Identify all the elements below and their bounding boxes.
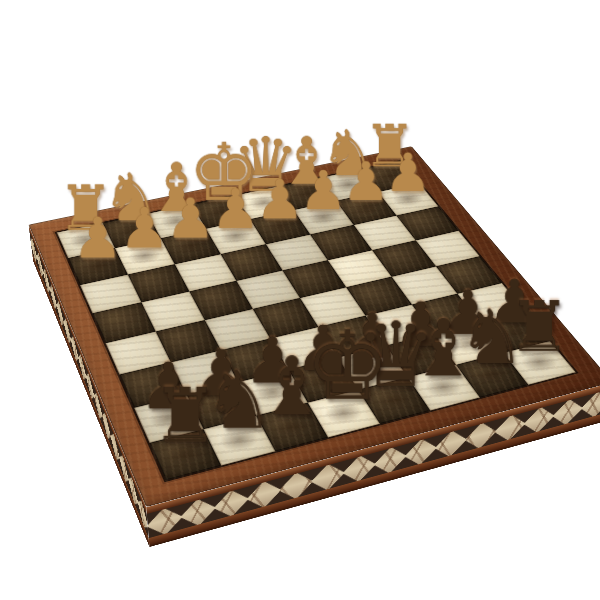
scene: ♜♞♝♚♛♝♞♜♟♟♟♟♟♟♟♟♟♟♟♟♟♟♟♟♜♞♝♚♛♝♞♜: [0, 0, 600, 600]
piece-dark-rook[interactable]: ♜: [145, 379, 225, 454]
chessboard: ♜♞♝♚♛♝♞♜♟♟♟♟♟♟♟♟♟♟♟♟♟♟♟♟♜♞♝♚♛♝♞♜: [29, 146, 600, 507]
